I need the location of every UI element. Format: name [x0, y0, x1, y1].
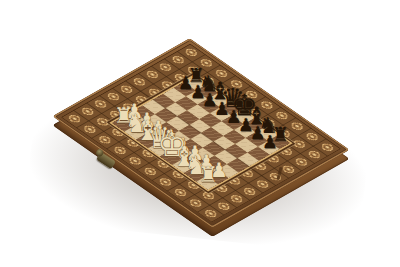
scene: ♜♞♝♛♚♝♞♜♟♟♟♟♟♟♟♟♟♟♟♟♟♟♟♟♜♞♝♛♚♝♞♜: [0, 0, 400, 267]
chess-board: ♜♞♝♛♚♝♞♜♟♟♟♟♟♟♟♟♟♟♟♟♟♟♟♟♜♞♝♛♚♝♞♜: [53, 38, 350, 227]
piece-white-rook[interactable]: ♜: [190, 148, 226, 186]
piece-black-pawn[interactable]: ♟: [254, 117, 286, 150]
photo-frame: ♜♞♝♛♚♝♞♜♟♟♟♟♟♟♟♟♟♟♟♟♟♟♟♟♜♞♝♛♚♝♞♜: [0, 0, 400, 267]
